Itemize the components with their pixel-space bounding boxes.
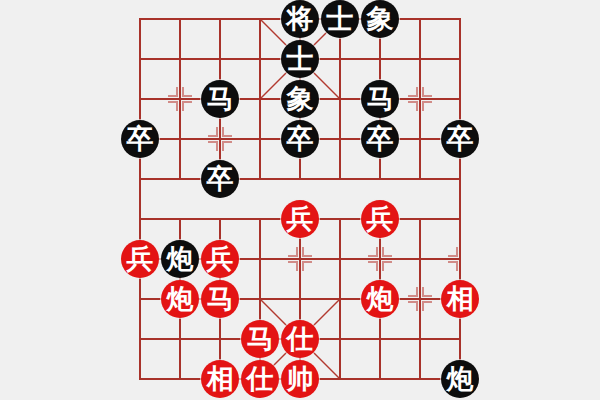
piece-red-soldier[interactable]: 兵 xyxy=(361,200,399,238)
piece-black-horse[interactable]: 马 xyxy=(201,80,239,118)
piece-red-general[interactable]: 帅 xyxy=(281,360,319,398)
piece-black-cannon[interactable]: 炮 xyxy=(441,360,479,398)
point-marker xyxy=(408,287,432,311)
piece-red-soldier[interactable]: 兵 xyxy=(201,240,239,278)
point-marker-arm xyxy=(382,247,392,257)
piece-black-cannon[interactable]: 炮 xyxy=(161,240,199,278)
grid-line xyxy=(339,218,341,380)
point-marker-arm xyxy=(422,87,432,97)
piece-black-soldier[interactable]: 卒 xyxy=(441,120,479,158)
point-marker-arm xyxy=(288,247,298,257)
piece-red-horse[interactable]: 马 xyxy=(241,320,279,358)
point-marker-arm xyxy=(168,101,178,111)
point-marker-arm xyxy=(368,247,378,257)
point-marker xyxy=(168,87,192,111)
piece-black-advisor[interactable]: 士 xyxy=(281,40,319,78)
point-marker-arm xyxy=(448,247,458,257)
piece-red-horse[interactable]: 马 xyxy=(201,280,239,318)
point-marker-arm xyxy=(422,101,432,111)
piece-red-cannon[interactable]: 炮 xyxy=(161,280,199,318)
point-marker-arm xyxy=(302,261,312,271)
point-marker-arm xyxy=(208,141,218,151)
point-marker-arm xyxy=(182,101,192,111)
piece-black-soldier[interactable]: 卒 xyxy=(121,120,159,158)
piece-black-horse[interactable]: 马 xyxy=(361,80,399,118)
point-marker-arm xyxy=(368,261,378,271)
piece-red-advisor[interactable]: 仕 xyxy=(281,320,319,358)
point-marker-arm xyxy=(448,261,458,271)
point-marker-arm xyxy=(382,261,392,271)
piece-black-soldier[interactable]: 卒 xyxy=(361,120,399,158)
point-marker-arm xyxy=(408,301,418,311)
piece-black-elephant[interactable]: 象 xyxy=(361,0,399,38)
piece-black-soldier[interactable]: 卒 xyxy=(281,120,319,158)
xiangqi-board: 将士象士马象马卒卒卒卒卒兵兵兵炮兵炮马炮相马仕相仕帅炮 xyxy=(140,19,460,379)
grid-line xyxy=(459,18,461,380)
point-marker-arm xyxy=(408,87,418,97)
point-marker-arm xyxy=(422,287,432,297)
point-marker xyxy=(208,127,232,151)
grid-line xyxy=(339,18,341,180)
piece-red-cannon[interactable]: 炮 xyxy=(361,280,399,318)
grid-line xyxy=(139,18,141,380)
xiangqi-app: { "game": { "name": "xiangqi", "position… xyxy=(0,0,600,400)
point-marker-arm xyxy=(182,87,192,97)
piece-black-elephant[interactable]: 象 xyxy=(281,80,319,118)
piece-black-advisor[interactable]: 士 xyxy=(321,0,359,38)
point-marker-arm xyxy=(302,247,312,257)
point-marker-arm xyxy=(222,127,232,137)
grid-line xyxy=(259,18,261,180)
point-marker-arm xyxy=(408,101,418,111)
point-marker-arm xyxy=(422,301,432,311)
point-marker-arm xyxy=(208,127,218,137)
point-marker xyxy=(288,247,312,271)
piece-red-elephant[interactable]: 相 xyxy=(201,360,239,398)
point-marker xyxy=(448,247,472,271)
piece-red-soldier[interactable]: 兵 xyxy=(121,240,159,278)
piece-red-soldier[interactable]: 兵 xyxy=(281,200,319,238)
point-marker xyxy=(408,87,432,111)
point-marker-arm xyxy=(288,261,298,271)
piece-red-advisor[interactable]: 仕 xyxy=(241,360,279,398)
piece-black-soldier[interactable]: 卒 xyxy=(201,160,239,198)
piece-red-elephant[interactable]: 相 xyxy=(441,280,479,318)
point-marker-arm xyxy=(408,287,418,297)
point-marker-arm xyxy=(168,87,178,97)
point-marker xyxy=(368,247,392,271)
point-marker-arm xyxy=(222,141,232,151)
piece-black-general[interactable]: 将 xyxy=(281,0,319,38)
